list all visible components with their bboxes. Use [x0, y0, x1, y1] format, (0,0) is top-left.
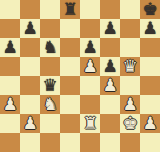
square-g8[interactable] — [120, 0, 140, 19]
square-e1[interactable] — [80, 133, 100, 152]
square-f2[interactable] — [100, 114, 120, 133]
square-a5[interactable] — [0, 57, 20, 76]
square-d3[interactable] — [60, 95, 80, 114]
square-g6[interactable] — [120, 38, 140, 57]
square-f4[interactable]: ♟ — [100, 76, 120, 95]
square-e6[interactable]: ♟ — [80, 38, 100, 57]
square-d7[interactable] — [60, 19, 80, 38]
chess-board: ♜♚♟♟♟♟♞♟♟♟♛♛♟♟♞♟♟♜♚♟ — [0, 0, 160, 152]
black-pawn: ♟ — [0, 38, 20, 57]
square-h5[interactable] — [140, 57, 160, 76]
square-a2[interactable] — [0, 114, 20, 133]
white-pawn: ♟ — [80, 57, 100, 76]
square-f5[interactable]: ♟ — [100, 57, 120, 76]
white-knight: ♞ — [40, 95, 60, 114]
square-b3[interactable] — [20, 95, 40, 114]
square-h1[interactable] — [140, 133, 160, 152]
square-a3[interactable]: ♟ — [0, 95, 20, 114]
square-h8[interactable]: ♚ — [140, 0, 160, 19]
square-h4[interactable] — [140, 76, 160, 95]
square-g4[interactable] — [120, 76, 140, 95]
square-c5[interactable] — [40, 57, 60, 76]
square-b1[interactable] — [20, 133, 40, 152]
square-g5[interactable]: ♛ — [120, 57, 140, 76]
white-pawn: ♟ — [20, 114, 40, 133]
square-d6[interactable] — [60, 38, 80, 57]
black-pawn: ♟ — [140, 19, 160, 38]
square-c7[interactable] — [40, 19, 60, 38]
square-g3[interactable]: ♟ — [120, 95, 140, 114]
square-a6[interactable]: ♟ — [0, 38, 20, 57]
square-e8[interactable] — [80, 0, 100, 19]
square-b7[interactable]: ♟ — [20, 19, 40, 38]
square-a1[interactable] — [0, 133, 20, 152]
black-king: ♚ — [140, 0, 160, 19]
black-rook: ♜ — [60, 0, 80, 19]
square-d4[interactable] — [60, 76, 80, 95]
square-g7[interactable] — [120, 19, 140, 38]
square-c1[interactable] — [40, 133, 60, 152]
square-c3[interactable]: ♞ — [40, 95, 60, 114]
square-e7[interactable] — [80, 19, 100, 38]
square-b5[interactable] — [20, 57, 40, 76]
white-pawn: ♟ — [100, 76, 120, 95]
black-pawn: ♟ — [100, 57, 120, 76]
square-f7[interactable]: ♟ — [100, 19, 120, 38]
square-a4[interactable] — [0, 76, 20, 95]
square-c2[interactable] — [40, 114, 60, 133]
square-f6[interactable] — [100, 38, 120, 57]
square-f8[interactable] — [100, 0, 120, 19]
square-f3[interactable] — [100, 95, 120, 114]
white-queen: ♛ — [120, 57, 140, 76]
square-e4[interactable] — [80, 76, 100, 95]
square-h6[interactable] — [140, 38, 160, 57]
square-h3[interactable] — [140, 95, 160, 114]
square-b6[interactable] — [20, 38, 40, 57]
black-knight: ♞ — [40, 38, 60, 57]
white-pawn: ♟ — [0, 95, 20, 114]
square-c8[interactable] — [40, 0, 60, 19]
square-c4[interactable]: ♛ — [40, 76, 60, 95]
square-c6[interactable]: ♞ — [40, 38, 60, 57]
white-rook: ♜ — [80, 114, 100, 133]
square-d2[interactable] — [60, 114, 80, 133]
square-h7[interactable]: ♟ — [140, 19, 160, 38]
square-g2[interactable]: ♚ — [120, 114, 140, 133]
square-f1[interactable] — [100, 133, 120, 152]
white-pawn: ♟ — [140, 114, 160, 133]
black-pawn: ♟ — [100, 19, 120, 38]
square-d5[interactable] — [60, 57, 80, 76]
square-b2[interactable]: ♟ — [20, 114, 40, 133]
square-b8[interactable] — [20, 0, 40, 19]
square-b4[interactable] — [20, 76, 40, 95]
square-d1[interactable] — [60, 133, 80, 152]
black-queen: ♛ — [40, 76, 60, 95]
square-e3[interactable] — [80, 95, 100, 114]
black-pawn: ♟ — [80, 38, 100, 57]
white-pawn: ♟ — [120, 95, 140, 114]
square-d8[interactable]: ♜ — [60, 0, 80, 19]
square-a8[interactable] — [0, 0, 20, 19]
white-king: ♚ — [120, 114, 140, 133]
square-h2[interactable]: ♟ — [140, 114, 160, 133]
square-g1[interactable] — [120, 133, 140, 152]
square-e5[interactable]: ♟ — [80, 57, 100, 76]
square-e2[interactable]: ♜ — [80, 114, 100, 133]
black-pawn: ♟ — [20, 19, 40, 38]
square-a7[interactable] — [0, 19, 20, 38]
